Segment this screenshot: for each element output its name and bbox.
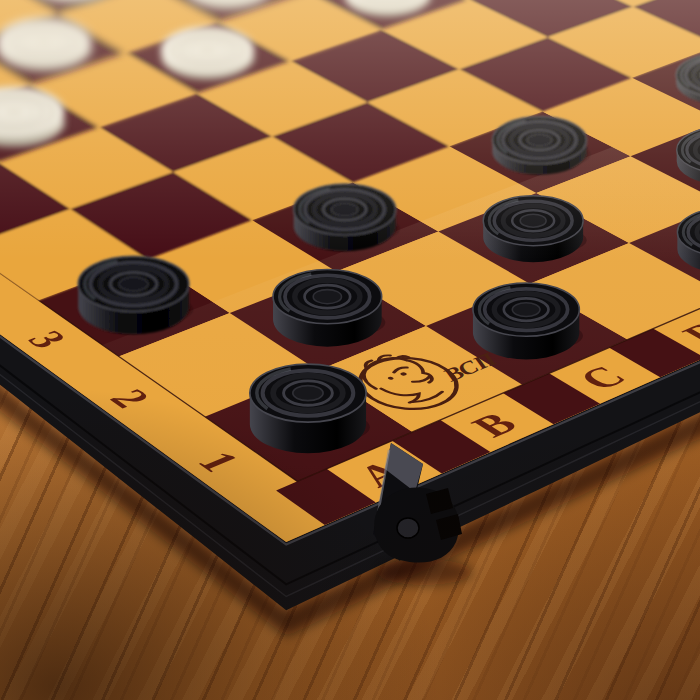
piece-black-b2[interactable]: [273, 269, 385, 346]
photo-scene: ВСПABCDEFGH12345678: [0, 0, 700, 700]
piece-black-c1[interactable]: [473, 283, 583, 359]
piece-black-a1[interactable]: [250, 364, 370, 453]
piece-black-a3[interactable]: [78, 256, 192, 334]
background-haze: [0, 0, 700, 260]
checkers-board[interactable]: ВСПABCDEFGH12345678: [0, 0, 700, 700]
